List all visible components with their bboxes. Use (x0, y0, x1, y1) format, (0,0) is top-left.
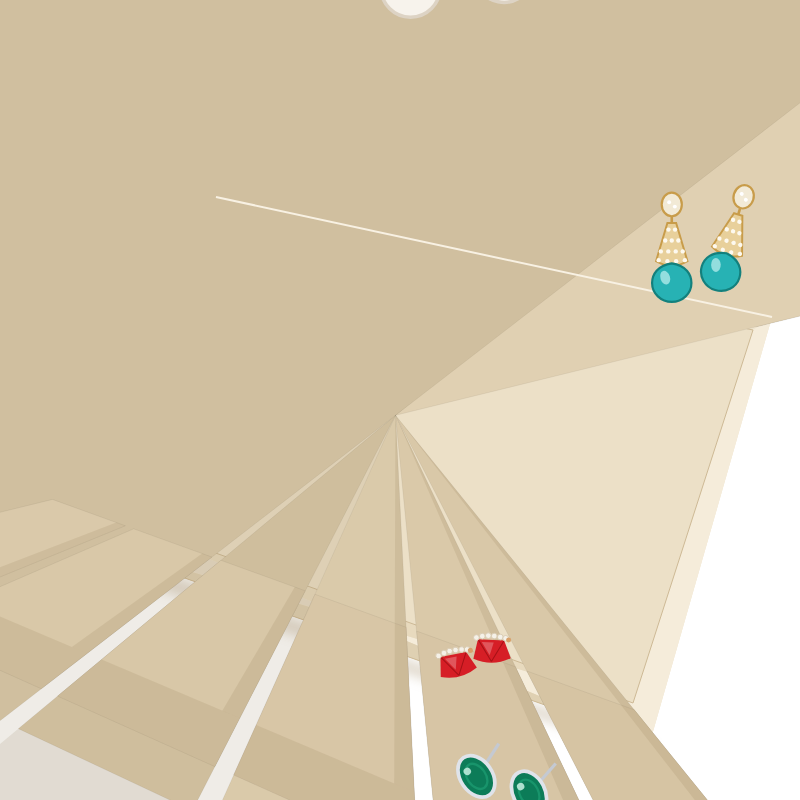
jewelry-tray-photo (0, 0, 800, 800)
jewelry-tray-scene (0, 0, 800, 800)
